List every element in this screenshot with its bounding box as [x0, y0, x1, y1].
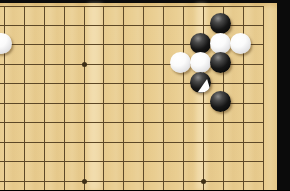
grid-row-line [0, 83, 264, 84]
star-point-K16 [82, 62, 87, 67]
grid-row-line [0, 122, 264, 123]
grid-row-line [0, 161, 264, 162]
stone-white-R17 [210, 33, 231, 54]
grid-column-line [44, 6, 45, 191]
stone-black-R14 [210, 91, 231, 112]
grid-column-line [24, 6, 25, 191]
go-board[interactable] [0, 3, 277, 190]
stone-white-F17 [0, 33, 12, 54]
grid-row-line [0, 6, 264, 7]
grid-row-line [0, 181, 264, 182]
grid-column-line [64, 6, 65, 191]
grid-column-line [123, 6, 124, 191]
grid-row-line [0, 142, 264, 143]
star-point-Q10 [201, 179, 206, 184]
stone-black-R16 [210, 52, 231, 73]
grid-column-line [84, 6, 85, 191]
grid-column-line [143, 6, 144, 191]
stone-black-Q17 [190, 33, 211, 54]
stone-white-Q16 [190, 52, 211, 73]
stone-white-P16 [170, 52, 191, 73]
video-frame [0, 0, 290, 190]
stone-black-R18 [210, 13, 231, 34]
grid-column-line [163, 6, 164, 191]
grid-column-line [263, 6, 264, 191]
stone-white-S17 [230, 33, 251, 54]
grid-column-line [183, 6, 184, 191]
last-move-triangle-marker [198, 78, 211, 93]
stone-black-Q15 [190, 72, 211, 93]
grid-column-line [103, 6, 104, 191]
star-point-K10 [82, 179, 87, 184]
